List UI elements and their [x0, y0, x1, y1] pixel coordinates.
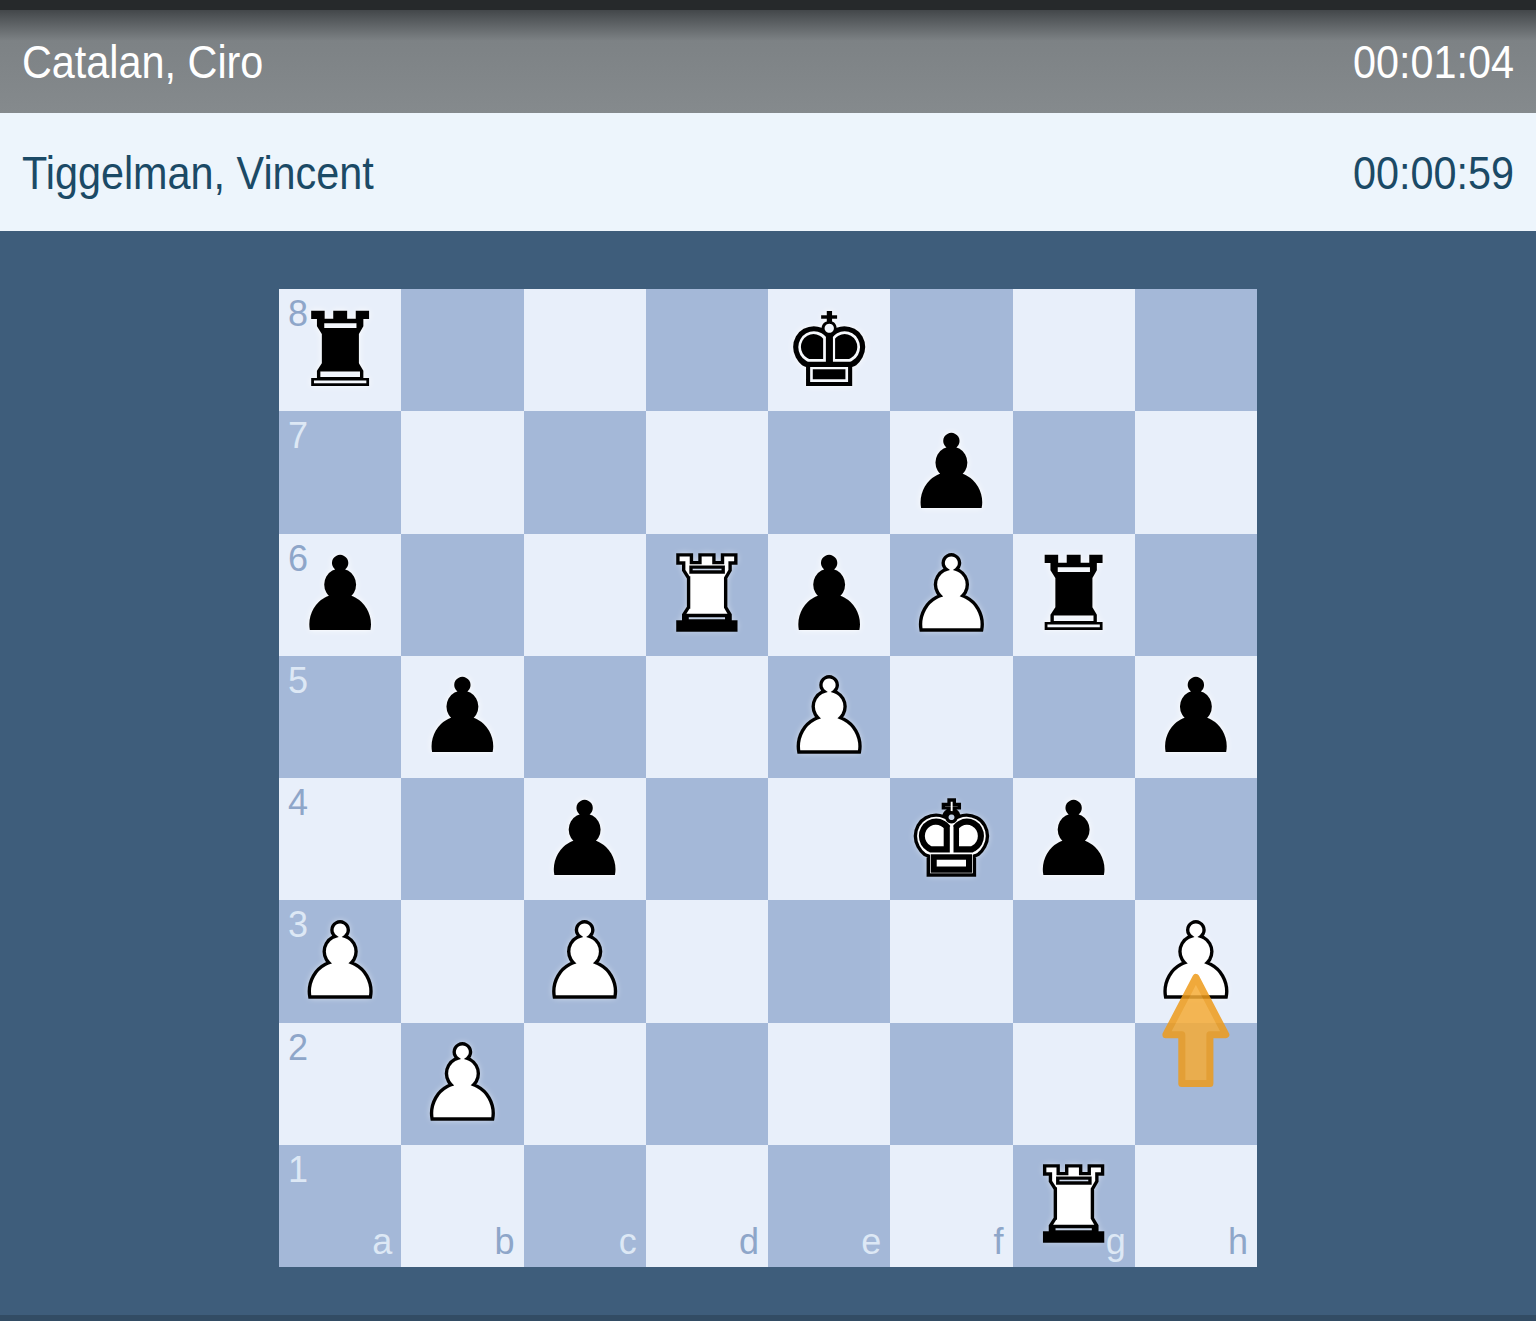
square-b6[interactable]	[401, 534, 523, 656]
bottom-shade	[0, 1315, 1536, 1321]
player-top-clock: 00:01:04	[1353, 34, 1514, 89]
square-g4[interactable]: ♟	[1013, 778, 1135, 900]
player-bar-bottom: Tiggelman, Vincent 00:00:59	[0, 113, 1536, 231]
file-label-b: b	[494, 1224, 514, 1260]
square-d4[interactable]	[646, 778, 768, 900]
file-label-e: e	[861, 1224, 881, 1260]
rank-label-1: 1	[288, 1152, 308, 1188]
square-g1[interactable]: g♜	[1013, 1145, 1135, 1267]
square-h7[interactable]	[1135, 411, 1257, 533]
black-pawn-g4[interactable]: ♟	[1013, 778, 1135, 900]
white-rook-d6[interactable]: ♜	[646, 534, 768, 656]
square-c5[interactable]	[524, 656, 646, 778]
square-e2[interactable]	[768, 1023, 890, 1145]
square-d2[interactable]	[646, 1023, 768, 1145]
square-h6[interactable]	[1135, 534, 1257, 656]
square-f7[interactable]: ♟	[890, 411, 1012, 533]
square-a4[interactable]: 4	[279, 778, 401, 900]
square-a6[interactable]: 6♟	[279, 534, 401, 656]
white-pawn-f6[interactable]: ♟	[890, 534, 1012, 656]
chess-app-screen: Catalan, Ciro 00:01:04 Tiggelman, Vincen…	[0, 0, 1536, 1321]
square-c8[interactable]	[524, 289, 646, 411]
square-h5[interactable]: ♟	[1135, 656, 1257, 778]
square-f4[interactable]: ♚	[890, 778, 1012, 900]
square-d8[interactable]	[646, 289, 768, 411]
square-b8[interactable]	[401, 289, 523, 411]
square-b3[interactable]	[401, 900, 523, 1022]
black-rook-g6[interactable]: ♜	[1013, 534, 1135, 656]
file-label-a: a	[372, 1224, 392, 1260]
square-d6[interactable]: ♜	[646, 534, 768, 656]
black-pawn-b5[interactable]: ♟	[401, 656, 523, 778]
board: 8♜♚7♟6♟♜♟♟♜5♟♟♟4♟♚♟3♟♟♟2♟1abcdefg♜h	[279, 289, 1257, 1267]
player-bottom-name: Tiggelman, Vincent	[22, 145, 374, 200]
file-label-c: c	[619, 1224, 637, 1260]
square-f3[interactable]	[890, 900, 1012, 1022]
file-label-f: f	[993, 1224, 1003, 1260]
square-f1[interactable]: f	[890, 1145, 1012, 1267]
black-pawn-e6[interactable]: ♟	[768, 534, 890, 656]
file-label-d: d	[739, 1224, 759, 1260]
square-g3[interactable]	[1013, 900, 1135, 1022]
square-h1[interactable]: h	[1135, 1145, 1257, 1267]
square-f5[interactable]	[890, 656, 1012, 778]
rank-label-5: 5	[288, 663, 308, 699]
square-a1[interactable]: 1a	[279, 1145, 401, 1267]
square-d5[interactable]	[646, 656, 768, 778]
square-g7[interactable]	[1013, 411, 1135, 533]
square-c6[interactable]	[524, 534, 646, 656]
square-f6[interactable]: ♟	[890, 534, 1012, 656]
square-b1[interactable]: b	[401, 1145, 523, 1267]
white-king-f4[interactable]: ♚	[890, 778, 1012, 900]
square-b2[interactable]: ♟	[401, 1023, 523, 1145]
square-h8[interactable]	[1135, 289, 1257, 411]
square-d7[interactable]	[646, 411, 768, 533]
square-c3[interactable]: ♟	[524, 900, 646, 1022]
square-e6[interactable]: ♟	[768, 534, 890, 656]
square-g5[interactable]	[1013, 656, 1135, 778]
rank-label-2: 2	[288, 1030, 308, 1066]
player-bottom-clock: 00:00:59	[1353, 145, 1514, 200]
square-b5[interactable]: ♟	[401, 656, 523, 778]
square-a2[interactable]: 2	[279, 1023, 401, 1145]
square-c2[interactable]	[524, 1023, 646, 1145]
square-a7[interactable]: 7	[279, 411, 401, 533]
square-g6[interactable]: ♜	[1013, 534, 1135, 656]
black-pawn-f7[interactable]: ♟	[890, 411, 1012, 533]
black-king-e8[interactable]: ♚	[768, 289, 890, 411]
black-pawn-c4[interactable]: ♟	[524, 778, 646, 900]
square-c4[interactable]: ♟	[524, 778, 646, 900]
square-e5[interactable]: ♟	[768, 656, 890, 778]
square-b7[interactable]	[401, 411, 523, 533]
black-pawn-h5[interactable]: ♟	[1135, 656, 1257, 778]
status-strip	[0, 0, 1536, 10]
square-e7[interactable]	[768, 411, 890, 533]
file-label-h: h	[1228, 1224, 1248, 1260]
white-pawn-e5[interactable]: ♟	[768, 656, 890, 778]
square-c1[interactable]: c	[524, 1145, 646, 1267]
square-a5[interactable]: 5	[279, 656, 401, 778]
white-pawn-a3[interactable]: ♟	[279, 900, 401, 1022]
square-d3[interactable]	[646, 900, 768, 1022]
square-f2[interactable]	[890, 1023, 1012, 1145]
white-rook-g1[interactable]: ♜	[1013, 1145, 1135, 1267]
square-e1[interactable]: e	[768, 1145, 890, 1267]
square-h2[interactable]	[1135, 1023, 1257, 1145]
white-pawn-b2[interactable]: ♟	[401, 1023, 523, 1145]
rank-label-4: 4	[288, 785, 308, 821]
player-top-name: Catalan, Ciro	[22, 34, 263, 89]
rank-label-7: 7	[288, 418, 308, 454]
square-f8[interactable]	[890, 289, 1012, 411]
player-bar-top: Catalan, Ciro 00:01:04	[0, 10, 1536, 113]
white-pawn-c3[interactable]: ♟	[524, 900, 646, 1022]
square-a3[interactable]: 3♟	[279, 900, 401, 1022]
square-e4[interactable]	[768, 778, 890, 900]
square-d1[interactable]: d	[646, 1145, 768, 1267]
square-g8[interactable]	[1013, 289, 1135, 411]
square-g2[interactable]	[1013, 1023, 1135, 1145]
black-pawn-a6[interactable]: ♟	[279, 534, 401, 656]
square-h4[interactable]	[1135, 778, 1257, 900]
square-c7[interactable]	[524, 411, 646, 533]
square-e8[interactable]: ♚	[768, 289, 890, 411]
square-a8[interactable]: 8♜	[279, 289, 401, 411]
square-h3[interactable]: ♟	[1135, 900, 1257, 1022]
white-pawn-h3[interactable]: ♟	[1135, 900, 1257, 1022]
square-b4[interactable]	[401, 778, 523, 900]
square-e3[interactable]	[768, 900, 890, 1022]
black-rook-a8[interactable]: ♜	[279, 289, 401, 411]
